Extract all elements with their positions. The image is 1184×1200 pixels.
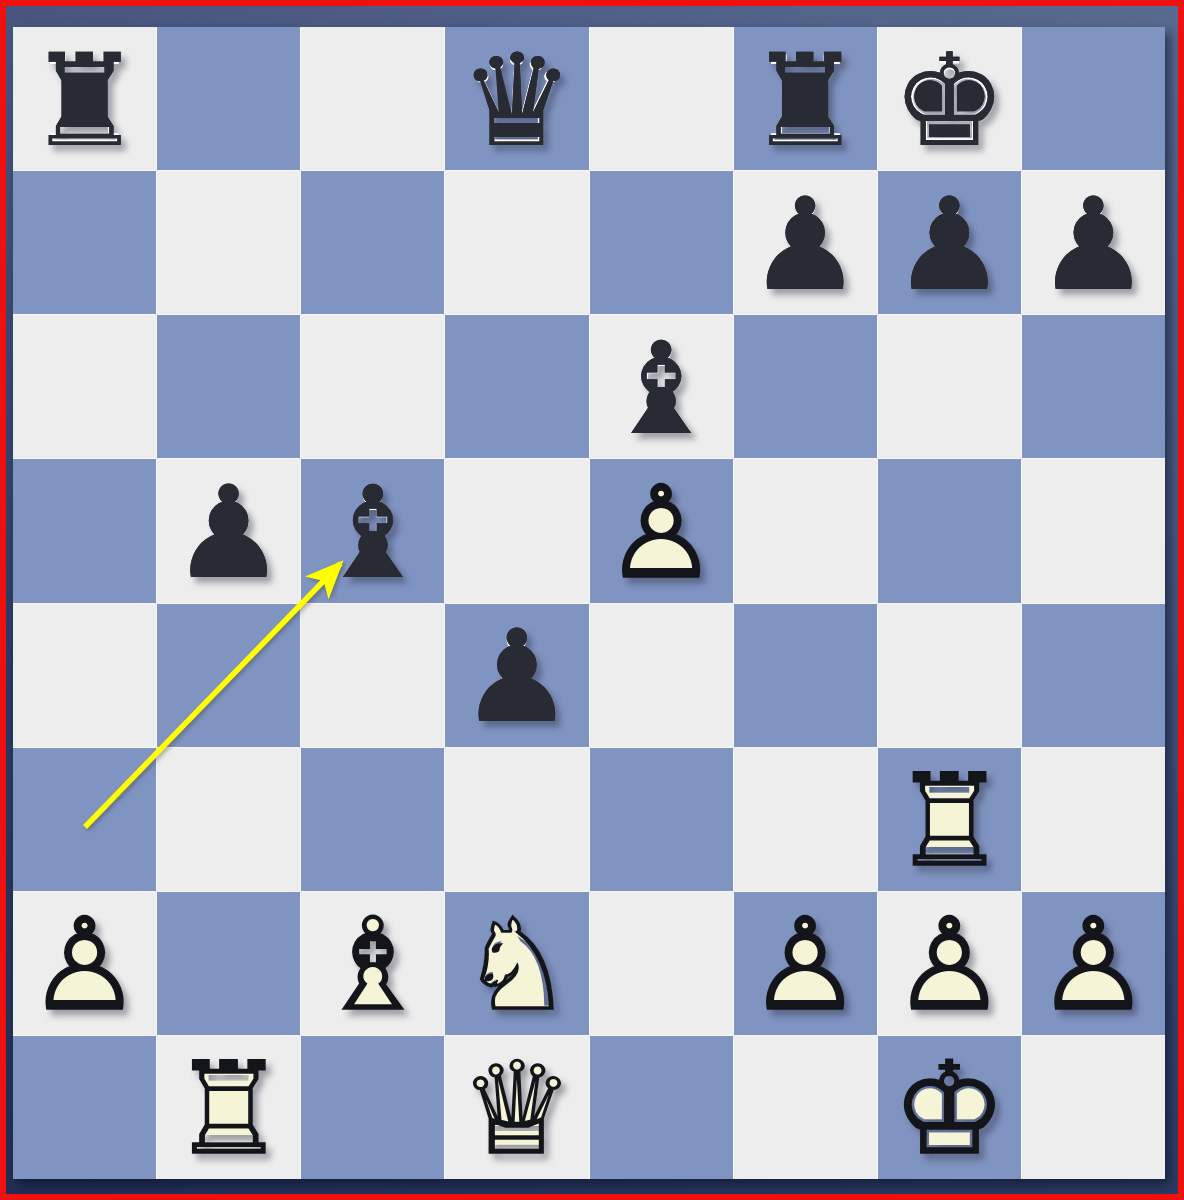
square-g6[interactable] bbox=[878, 315, 1021, 458]
square-h6[interactable] bbox=[1022, 315, 1165, 458]
piece-fill: ♟ bbox=[734, 173, 877, 316]
piece-black-bishop[interactable]: ♗♝ bbox=[590, 315, 733, 458]
piece-fill: ♝ bbox=[590, 317, 733, 460]
square-f8[interactable]: ♖♜ bbox=[734, 27, 877, 170]
chess-board: ♖♜♕♛♖♜♔♚♙♟♙♟♙♟♗♝♙♟♗♝♟♙♙♟♜♖♟♙♝♗♞♘♟♙♟♙♟♙♜♖… bbox=[13, 27, 1165, 1179]
square-d1[interactable]: ♛♕ bbox=[445, 1036, 588, 1179]
piece-fill: ♜ bbox=[13, 29, 156, 172]
square-h3[interactable] bbox=[1022, 748, 1165, 891]
square-a6[interactable] bbox=[13, 315, 156, 458]
piece-fill: ♜ bbox=[734, 29, 877, 172]
red-outer-border: ♖♜♕♛♖♜♔♚♙♟♙♟♙♟♗♝♙♟♗♝♟♙♙♟♜♖♟♙♝♗♞♘♟♙♟♙♟♙♜♖… bbox=[0, 0, 1184, 1200]
square-c6[interactable] bbox=[301, 315, 444, 458]
piece-outline: ♙ bbox=[1022, 894, 1165, 1037]
square-e3[interactable] bbox=[590, 748, 733, 891]
square-e6[interactable]: ♗♝ bbox=[590, 315, 733, 458]
square-a1[interactable] bbox=[13, 1036, 156, 1179]
square-g5[interactable] bbox=[878, 459, 1021, 602]
piece-outline: ♗ bbox=[301, 894, 444, 1037]
piece-white-pawn[interactable]: ♟♙ bbox=[734, 892, 877, 1035]
square-b2[interactable] bbox=[157, 892, 300, 1035]
piece-fill: ♟ bbox=[1022, 173, 1165, 316]
piece-white-queen[interactable]: ♛♕ bbox=[445, 1036, 588, 1179]
square-e8[interactable] bbox=[590, 27, 733, 170]
square-b1[interactable]: ♜♖ bbox=[157, 1036, 300, 1179]
piece-black-pawn[interactable]: ♙♟ bbox=[445, 604, 588, 747]
piece-white-pawn[interactable]: ♟♙ bbox=[590, 459, 733, 602]
square-a8[interactable]: ♖♜ bbox=[13, 27, 156, 170]
piece-outline: ♕ bbox=[445, 1038, 588, 1181]
piece-black-pawn[interactable]: ♙♟ bbox=[1022, 171, 1165, 314]
square-a3[interactable] bbox=[13, 748, 156, 891]
square-f2[interactable]: ♟♙ bbox=[734, 892, 877, 1035]
square-c1[interactable] bbox=[301, 1036, 444, 1179]
square-b5[interactable]: ♙♟ bbox=[157, 459, 300, 602]
piece-white-king[interactable]: ♚♔ bbox=[878, 1036, 1021, 1179]
square-h7[interactable]: ♙♟ bbox=[1022, 171, 1165, 314]
square-c8[interactable] bbox=[301, 27, 444, 170]
square-f4[interactable] bbox=[734, 604, 877, 747]
piece-fill: ♚ bbox=[878, 29, 1021, 172]
square-h8[interactable] bbox=[1022, 27, 1165, 170]
square-h2[interactable]: ♟♙ bbox=[1022, 892, 1165, 1035]
piece-outline: ♙ bbox=[13, 894, 156, 1037]
piece-fill: ♟ bbox=[878, 173, 1021, 316]
piece-outline: ♖ bbox=[878, 750, 1021, 893]
square-g2[interactable]: ♟♙ bbox=[878, 892, 1021, 1035]
square-h1[interactable] bbox=[1022, 1036, 1165, 1179]
square-d5[interactable] bbox=[445, 459, 588, 602]
square-h4[interactable] bbox=[1022, 604, 1165, 747]
piece-white-pawn[interactable]: ♟♙ bbox=[1022, 892, 1165, 1035]
square-b7[interactable] bbox=[157, 171, 300, 314]
piece-black-king[interactable]: ♔♚ bbox=[878, 27, 1021, 170]
square-f5[interactable] bbox=[734, 459, 877, 602]
piece-outline: ♘ bbox=[445, 894, 588, 1037]
piece-white-rook[interactable]: ♜♖ bbox=[878, 748, 1021, 891]
square-d3[interactable] bbox=[445, 748, 588, 891]
square-b6[interactable] bbox=[157, 315, 300, 458]
square-d8[interactable]: ♕♛ bbox=[445, 27, 588, 170]
piece-black-pawn[interactable]: ♙♟ bbox=[734, 171, 877, 314]
piece-outline: ♔ bbox=[878, 1038, 1021, 1181]
square-c4[interactable] bbox=[301, 604, 444, 747]
piece-white-pawn[interactable]: ♟♙ bbox=[878, 892, 1021, 1035]
board-frame: ♖♜♕♛♖♜♔♚♙♟♙♟♙♟♗♝♙♟♗♝♟♙♙♟♜♖♟♙♝♗♞♘♟♙♟♙♟♙♜♖… bbox=[6, 6, 1178, 1194]
square-b3[interactable] bbox=[157, 748, 300, 891]
square-g4[interactable] bbox=[878, 604, 1021, 747]
piece-fill: ♟ bbox=[157, 461, 300, 604]
piece-white-knight[interactable]: ♞♘ bbox=[445, 892, 588, 1035]
piece-black-queen[interactable]: ♕♛ bbox=[445, 27, 588, 170]
piece-white-bishop[interactable]: ♝♗ bbox=[301, 892, 444, 1035]
square-d6[interactable] bbox=[445, 315, 588, 458]
square-a5[interactable] bbox=[13, 459, 156, 602]
piece-white-pawn[interactable]: ♟♙ bbox=[13, 892, 156, 1035]
piece-outline: ♙ bbox=[590, 461, 733, 604]
piece-black-rook[interactable]: ♖♜ bbox=[734, 27, 877, 170]
square-g7[interactable]: ♙♟ bbox=[878, 171, 1021, 314]
square-h5[interactable] bbox=[1022, 459, 1165, 602]
piece-fill: ♛ bbox=[445, 29, 588, 172]
square-d7[interactable] bbox=[445, 171, 588, 314]
square-e7[interactable] bbox=[590, 171, 733, 314]
piece-fill: ♝ bbox=[301, 461, 444, 604]
piece-outline: ♙ bbox=[878, 894, 1021, 1037]
piece-black-rook[interactable]: ♖♜ bbox=[13, 27, 156, 170]
piece-outline: ♙ bbox=[734, 894, 877, 1037]
square-c5[interactable]: ♗♝ bbox=[301, 459, 444, 602]
square-c7[interactable] bbox=[301, 171, 444, 314]
square-a7[interactable] bbox=[13, 171, 156, 314]
square-f1[interactable] bbox=[734, 1036, 877, 1179]
square-e2[interactable] bbox=[590, 892, 733, 1035]
board-grid: ♖♜♕♛♖♜♔♚♙♟♙♟♙♟♗♝♙♟♗♝♟♙♙♟♜♖♟♙♝♗♞♘♟♙♟♙♟♙♜♖… bbox=[13, 27, 1165, 1179]
piece-black-pawn[interactable]: ♙♟ bbox=[157, 459, 300, 602]
piece-black-bishop[interactable]: ♗♝ bbox=[301, 459, 444, 602]
square-e5[interactable]: ♟♙ bbox=[590, 459, 733, 602]
square-b8[interactable] bbox=[157, 27, 300, 170]
square-g3[interactable]: ♜♖ bbox=[878, 748, 1021, 891]
piece-black-pawn[interactable]: ♙♟ bbox=[878, 171, 1021, 314]
square-g1[interactable]: ♚♔ bbox=[878, 1036, 1021, 1179]
square-e4[interactable] bbox=[590, 604, 733, 747]
square-f7[interactable]: ♙♟ bbox=[734, 171, 877, 314]
square-a4[interactable] bbox=[13, 604, 156, 747]
square-c2[interactable]: ♝♗ bbox=[301, 892, 444, 1035]
square-d4[interactable]: ♙♟ bbox=[445, 604, 588, 747]
square-f6[interactable] bbox=[734, 315, 877, 458]
square-e1[interactable] bbox=[590, 1036, 733, 1179]
piece-outline: ♖ bbox=[157, 1038, 300, 1181]
square-f3[interactable] bbox=[734, 748, 877, 891]
square-a2[interactable]: ♟♙ bbox=[13, 892, 156, 1035]
piece-white-rook[interactable]: ♜♖ bbox=[157, 1036, 300, 1179]
square-c3[interactable] bbox=[301, 748, 444, 891]
square-d2[interactable]: ♞♘ bbox=[445, 892, 588, 1035]
piece-fill: ♟ bbox=[445, 606, 588, 749]
square-g8[interactable]: ♔♚ bbox=[878, 27, 1021, 170]
square-b4[interactable] bbox=[157, 604, 300, 747]
